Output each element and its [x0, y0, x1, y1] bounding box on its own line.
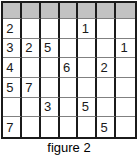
grid-cell[interactable] — [60, 117, 79, 137]
grid-cell[interactable] — [97, 39, 116, 59]
grid-cell[interactable]: 3 — [3, 39, 22, 59]
grid-cell[interactable]: 5 — [41, 39, 60, 59]
grid-cell[interactable] — [97, 19, 116, 39]
grid-cell[interactable] — [116, 117, 135, 137]
grid-cell[interactable] — [22, 117, 41, 137]
header-cell — [22, 3, 41, 19]
grid-cell[interactable] — [60, 98, 79, 118]
grid-cell[interactable] — [22, 58, 41, 78]
grid-cell[interactable]: 1 — [116, 39, 135, 59]
header-cell — [116, 3, 135, 19]
grid-cell[interactable] — [78, 58, 97, 78]
grid-cell[interactable] — [116, 58, 135, 78]
header-cell — [97, 3, 116, 19]
grid-cell[interactable]: 4 — [3, 58, 22, 78]
grid-cell[interactable]: 2 — [97, 58, 116, 78]
grid-cell[interactable] — [78, 117, 97, 137]
grid-cell[interactable] — [97, 98, 116, 118]
grid-cell[interactable]: 6 — [60, 58, 79, 78]
grid-cell[interactable]: 3 — [41, 98, 60, 118]
grid-cell[interactable] — [60, 19, 79, 39]
grid-cell[interactable] — [78, 78, 97, 98]
header-cell — [3, 3, 22, 19]
grid-cell[interactable] — [97, 78, 116, 98]
grid-cell[interactable]: 5 — [3, 78, 22, 98]
grid-cell[interactable] — [60, 78, 79, 98]
grid-cell[interactable]: 5 — [78, 98, 97, 118]
grid-cell[interactable]: 1 — [78, 19, 97, 39]
grid-cell[interactable] — [78, 39, 97, 59]
grid-cell[interactable]: 2 — [3, 19, 22, 39]
grid-cell[interactable] — [3, 98, 22, 118]
grid-cell[interactable] — [22, 19, 41, 39]
grid-cell[interactable]: 7 — [22, 78, 41, 98]
grid-cell[interactable] — [41, 117, 60, 137]
grid-cell[interactable] — [116, 19, 135, 39]
grid-cell[interactable] — [41, 58, 60, 78]
header-cell — [60, 3, 79, 19]
grid-cell[interactable]: 2 — [22, 39, 41, 59]
figure: 213251462573575 figure 2 — [0, 0, 138, 156]
grid-cell[interactable] — [60, 39, 79, 59]
grid-cell[interactable]: 7 — [3, 117, 22, 137]
grid-cell[interactable] — [116, 98, 135, 118]
grid-cell[interactable]: 5 — [97, 117, 116, 137]
grid-cell[interactable] — [22, 98, 41, 118]
figure-caption: figure 2 — [0, 141, 138, 155]
header-cell — [78, 3, 97, 19]
puzzle-board: 213251462573575 — [1, 1, 137, 139]
grid-cell[interactable] — [116, 78, 135, 98]
header-cell — [41, 3, 60, 19]
grid-cell[interactable] — [41, 78, 60, 98]
grid-cell[interactable] — [41, 19, 60, 39]
